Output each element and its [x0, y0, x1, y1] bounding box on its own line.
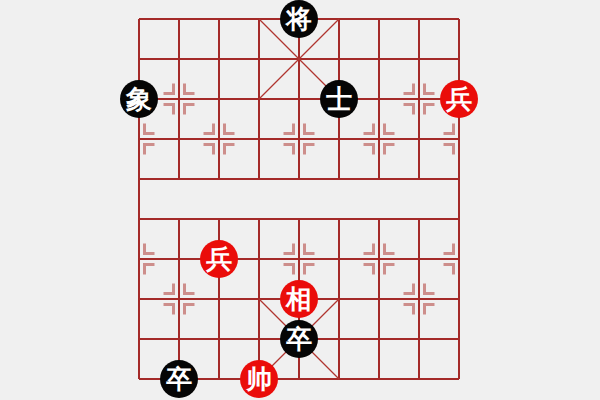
board-point — [199, 199, 239, 239]
board-point — [399, 0, 439, 39]
board-point — [359, 279, 399, 319]
board-point — [239, 119, 279, 159]
board-point — [279, 79, 319, 119]
board-point — [119, 0, 159, 39]
board-point — [159, 39, 199, 79]
board-point — [239, 79, 279, 119]
board-point — [279, 159, 319, 199]
board-point — [319, 39, 359, 79]
board-point — [319, 239, 359, 279]
board-point — [399, 199, 439, 239]
board-point: 兵 — [199, 239, 239, 279]
board-point — [399, 119, 439, 159]
board-point — [359, 199, 399, 239]
red-soldier-piece[interactable]: 兵 — [440, 80, 478, 118]
board-point — [119, 359, 159, 399]
board-point — [439, 119, 479, 159]
board-point — [399, 79, 439, 119]
board-point — [359, 119, 399, 159]
board-grid: 将象士兵兵相卒卒帅 — [119, 0, 479, 399]
board-point — [399, 359, 439, 399]
board-point — [319, 119, 359, 159]
board-point — [159, 0, 199, 39]
board-point — [439, 279, 479, 319]
black-general-piece[interactable]: 将 — [280, 0, 318, 38]
board-point — [399, 39, 439, 79]
board-point — [119, 319, 159, 359]
board-point — [159, 239, 199, 279]
board-point — [359, 319, 399, 359]
board-point — [239, 159, 279, 199]
board-point — [159, 199, 199, 239]
board-point — [279, 39, 319, 79]
board-point: 相 — [279, 279, 319, 319]
black-soldier-piece[interactable]: 卒 — [280, 320, 318, 358]
board-point — [199, 359, 239, 399]
red-soldier-piece[interactable]: 兵 — [200, 240, 238, 278]
board-point: 帅 — [239, 359, 279, 399]
board-point — [399, 319, 439, 359]
board-point — [359, 79, 399, 119]
board-point — [439, 0, 479, 39]
board-point — [239, 239, 279, 279]
board-point — [239, 199, 279, 239]
board-point: 将 — [279, 0, 319, 39]
board-point — [199, 159, 239, 199]
board-point — [239, 0, 279, 39]
board-point — [439, 199, 479, 239]
black-advisor-piece[interactable]: 士 — [320, 80, 358, 118]
board-point — [439, 359, 479, 399]
red-general-piece[interactable]: 帅 — [240, 360, 278, 398]
board-point — [159, 79, 199, 119]
board-point — [319, 279, 359, 319]
board-point — [359, 359, 399, 399]
board-point — [119, 39, 159, 79]
board-point — [319, 159, 359, 199]
red-elephant-piece[interactable]: 相 — [280, 280, 318, 318]
black-soldier-piece[interactable]: 卒 — [160, 360, 198, 398]
board-point — [199, 119, 239, 159]
board-point — [239, 279, 279, 319]
board-point — [119, 119, 159, 159]
board-point — [359, 39, 399, 79]
board-point — [359, 239, 399, 279]
board-point — [119, 239, 159, 279]
board-point — [279, 199, 319, 239]
board-point: 士 — [319, 79, 359, 119]
board-point — [119, 279, 159, 319]
black-elephant-piece[interactable]: 象 — [120, 80, 158, 118]
xiangqi-board: 将象士兵兵相卒卒帅 — [0, 0, 600, 400]
board-point — [399, 239, 439, 279]
board-point — [399, 159, 439, 199]
board-point — [439, 239, 479, 279]
board-point — [119, 199, 159, 239]
board-point — [359, 0, 399, 39]
board-point — [319, 199, 359, 239]
board-point — [119, 159, 159, 199]
board-point — [319, 0, 359, 39]
board-point — [199, 279, 239, 319]
board-point — [439, 159, 479, 199]
board-point — [439, 319, 479, 359]
board-point — [239, 39, 279, 79]
board-point — [359, 159, 399, 199]
board-point — [159, 279, 199, 319]
board-point — [239, 319, 279, 359]
board-point — [199, 319, 239, 359]
board-point — [279, 239, 319, 279]
board-point — [399, 279, 439, 319]
board-point — [159, 119, 199, 159]
board-point — [279, 119, 319, 159]
board-point: 象 — [119, 79, 159, 119]
board-point — [159, 319, 199, 359]
board-point — [159, 159, 199, 199]
board-point — [199, 39, 239, 79]
board-point — [199, 79, 239, 119]
board-point — [279, 359, 319, 399]
board-point: 卒 — [159, 359, 199, 399]
board-point — [319, 359, 359, 399]
board-point — [439, 39, 479, 79]
board-point: 卒 — [279, 319, 319, 359]
board-point — [199, 0, 239, 39]
board-point: 兵 — [439, 79, 479, 119]
board-point — [319, 319, 359, 359]
